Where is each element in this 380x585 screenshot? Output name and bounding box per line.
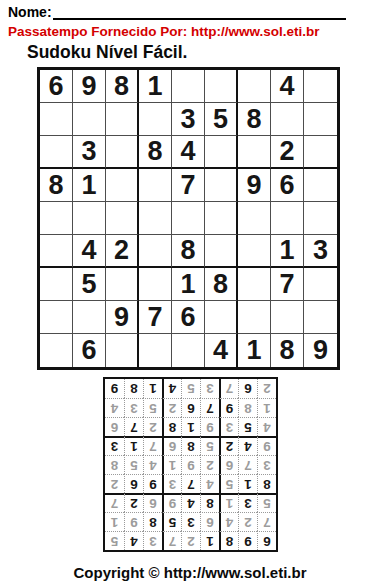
puzzle-cell-r9c8: 8 xyxy=(271,334,304,367)
puzzle-cell-r3c4: 8 xyxy=(139,136,172,169)
solution-cell-r9c7: 1 xyxy=(143,379,162,398)
name-label: Nome: xyxy=(8,4,52,21)
solution-cell-r4c5: 7 xyxy=(181,474,200,493)
solution-board-rotated: 6981273457246358915318496278154739623762… xyxy=(103,377,278,552)
puzzle-cell-r9c7: 1 xyxy=(238,334,271,367)
copyright-text: Copyright © http://www.sol.eti.br xyxy=(0,564,380,581)
solution-cell-r6c9: 3 xyxy=(105,436,124,455)
puzzle-cell-r5c8[interactable] xyxy=(271,202,304,235)
puzzle-cell-r6c2: 4 xyxy=(73,235,106,268)
solution-cell-r8c9: 4 xyxy=(105,398,124,417)
puzzle-cell-r2c9[interactable] xyxy=(304,103,337,136)
solution-cell-r2c9: 1 xyxy=(105,512,124,531)
solution-cell-r2c3: 4 xyxy=(219,512,238,531)
solution-cell-r5c5: 9 xyxy=(181,455,200,474)
solution-cell-r8c8: 3 xyxy=(124,398,143,417)
puzzle-cell-r3c9[interactable] xyxy=(304,136,337,169)
solution-cell-r7c8: 7 xyxy=(124,417,143,436)
solution-cell-r2c5: 3 xyxy=(181,512,200,531)
puzzle-cell-r8c6[interactable] xyxy=(205,301,238,334)
puzzle-cell-r3c5: 4 xyxy=(172,136,205,169)
solution-cell-r4c6: 3 xyxy=(162,474,181,493)
puzzle-cell-r5c1[interactable] xyxy=(40,202,73,235)
puzzle-cell-r4c9[interactable] xyxy=(304,169,337,202)
sudoku-board: 6981435838428179642813518797664189 xyxy=(37,67,340,370)
solution-cell-r9c5: 5 xyxy=(181,379,200,398)
solution-cell-r8c2: 8 xyxy=(238,398,257,417)
solution-cell-r3c3: 1 xyxy=(219,493,238,512)
solution-cell-r7c1: 4 xyxy=(257,417,276,436)
puzzle-cell-r7c4[interactable] xyxy=(139,268,172,301)
solution-cell-r6c5: 8 xyxy=(181,436,200,455)
solution-cell-r7c6: 8 xyxy=(162,417,181,436)
puzzle-cell-r4c8: 6 xyxy=(271,169,304,202)
solution-cell-r2c4: 6 xyxy=(200,512,219,531)
puzzle-cell-r2c5: 3 xyxy=(172,103,205,136)
puzzle-cell-r4c4[interactable] xyxy=(139,169,172,202)
puzzle-cell-r6c6[interactable] xyxy=(205,235,238,268)
solution-cell-r7c2: 5 xyxy=(238,417,257,436)
solution-cell-r2c2: 2 xyxy=(238,512,257,531)
page-title: Sudoku Nível Fácil. xyxy=(27,42,380,63)
solution-cell-r3c9: 7 xyxy=(105,493,124,512)
solution-cell-r3c1: 5 xyxy=(257,493,276,512)
solution-cell-r6c1: 9 xyxy=(257,436,276,455)
puzzle-cell-r3c3[interactable] xyxy=(106,136,139,169)
solution-cell-r6c4: 5 xyxy=(200,436,219,455)
solution-cell-r3c7: 6 xyxy=(143,493,162,512)
puzzle-cell-r7c3[interactable] xyxy=(106,268,139,301)
puzzle-cell-r8c1[interactable] xyxy=(40,301,73,334)
solution-cell-r1c7: 3 xyxy=(143,531,162,550)
puzzle-cell-r9c2: 6 xyxy=(73,334,106,367)
puzzle-cell-r1c9[interactable] xyxy=(304,70,337,103)
puzzle-cell-r9c9: 9 xyxy=(304,334,337,367)
solution-cell-r8c3: 9 xyxy=(219,398,238,417)
solution-cell-r9c6: 4 xyxy=(162,379,181,398)
solution-cell-r5c4: 2 xyxy=(200,455,219,474)
puzzle-cell-r5c2[interactable] xyxy=(73,202,106,235)
solution-cell-r5c9: 8 xyxy=(105,455,124,474)
solution-cell-r8c1: 1 xyxy=(257,398,276,417)
puzzle-cell-r8c7[interactable] xyxy=(238,301,271,334)
puzzle-cell-r1c8: 4 xyxy=(271,70,304,103)
puzzle-cell-r7c9[interactable] xyxy=(304,268,337,301)
puzzle-cell-r1c6[interactable] xyxy=(205,70,238,103)
puzzle-cell-r6c5: 8 xyxy=(172,235,205,268)
puzzle-cell-r1c5[interactable] xyxy=(172,70,205,103)
solution-cell-r1c9: 5 xyxy=(105,531,124,550)
solution-cell-r4c1: 8 xyxy=(257,474,276,493)
puzzle-cell-r6c1[interactable] xyxy=(40,235,73,268)
solution-cell-r3c2: 3 xyxy=(238,493,257,512)
solution-cell-r2c1: 7 xyxy=(257,512,276,531)
solution-cell-r6c7: 7 xyxy=(143,436,162,455)
solution-cell-r1c1: 6 xyxy=(257,531,276,550)
puzzle-cell-r3c1[interactable] xyxy=(40,136,73,169)
puzzle-cell-r8c8[interactable] xyxy=(271,301,304,334)
puzzle-cell-r9c1[interactable] xyxy=(40,334,73,367)
puzzle-cell-r6c3: 2 xyxy=(106,235,139,268)
puzzle-cell-r5c7[interactable] xyxy=(238,202,271,235)
puzzle-cell-r8c9[interactable] xyxy=(304,301,337,334)
puzzle-cell-r3c6[interactable] xyxy=(205,136,238,169)
solution-cell-r5c6: 1 xyxy=(162,455,181,474)
puzzle-cell-r5c6[interactable] xyxy=(205,202,238,235)
solution-cell-r9c1: 2 xyxy=(257,379,276,398)
puzzle-cell-r1c1: 6 xyxy=(40,70,73,103)
solution-cell-r5c2: 7 xyxy=(238,455,257,474)
puzzle-cell-r1c7[interactable] xyxy=(238,70,271,103)
puzzle-cell-r9c4[interactable] xyxy=(139,334,172,367)
puzzle-cell-r7c8: 7 xyxy=(271,268,304,301)
solution-cell-r2c6: 5 xyxy=(162,512,181,531)
puzzle-cell-r4c7: 9 xyxy=(238,169,271,202)
solution-cell-r8c4: 7 xyxy=(200,398,219,417)
puzzle-cell-r8c2[interactable] xyxy=(73,301,106,334)
solution-cell-r5c1: 3 xyxy=(257,455,276,474)
puzzle-cell-r7c5: 1 xyxy=(172,268,205,301)
puzzle-cell-r6c7[interactable] xyxy=(238,235,271,268)
puzzle-cell-r4c5: 7 xyxy=(172,169,205,202)
puzzle-cell-r5c9[interactable] xyxy=(304,202,337,235)
solution-cell-r4c8: 6 xyxy=(124,474,143,493)
puzzle-cell-r2c4[interactable] xyxy=(139,103,172,136)
solution-cell-r7c7: 2 xyxy=(143,417,162,436)
puzzle-cell-r3c7[interactable] xyxy=(238,136,271,169)
solution-cell-r9c4: 3 xyxy=(200,379,219,398)
puzzle-cell-r3c8: 2 xyxy=(271,136,304,169)
puzzle-cell-r2c8[interactable] xyxy=(271,103,304,136)
solution-cell-r1c6: 7 xyxy=(162,531,181,550)
puzzle-cell-r2c6: 5 xyxy=(205,103,238,136)
provided-by-text: Passatempo Fornecido Por: http://www.sol… xyxy=(8,24,380,39)
solution-cell-r4c4: 4 xyxy=(200,474,219,493)
solution-cell-r8c5: 6 xyxy=(181,398,200,417)
puzzle-cell-r6c4[interactable] xyxy=(139,235,172,268)
solution-cell-r3c5: 4 xyxy=(181,493,200,512)
solution-cell-r4c3: 5 xyxy=(219,474,238,493)
solution-cell-r9c9: 9 xyxy=(105,379,124,398)
name-blank-line[interactable] xyxy=(53,18,346,20)
puzzle-cell-r7c6: 8 xyxy=(205,268,238,301)
solution-cell-r9c8: 8 xyxy=(124,379,143,398)
solution-cell-r1c4: 1 xyxy=(200,531,219,550)
solution-cell-r4c2: 1 xyxy=(238,474,257,493)
puzzle-cell-r7c1[interactable] xyxy=(40,268,73,301)
puzzle-cell-r8c3: 9 xyxy=(106,301,139,334)
puzzle-cell-r2c1[interactable] xyxy=(40,103,73,136)
solution-cell-r3c4: 8 xyxy=(200,493,219,512)
solution-cell-r6c8: 1 xyxy=(124,436,143,455)
puzzle-cell-r8c4: 7 xyxy=(139,301,172,334)
puzzle-cell-r1c3: 8 xyxy=(106,70,139,103)
solution-cell-r2c7: 8 xyxy=(143,512,162,531)
puzzle-cell-r8c5: 6 xyxy=(172,301,205,334)
puzzle-cell-r6c8: 1 xyxy=(271,235,304,268)
solution-cell-r4c9: 2 xyxy=(105,474,124,493)
solution-cell-r1c8: 4 xyxy=(124,531,143,550)
solution-cell-r8c7: 5 xyxy=(143,398,162,417)
puzzle-cell-r4c3[interactable] xyxy=(106,169,139,202)
puzzle-cell-r7c2: 5 xyxy=(73,268,106,301)
puzzle-cell-r2c7: 8 xyxy=(238,103,271,136)
puzzle-cell-r1c4: 1 xyxy=(139,70,172,103)
solution-cell-r9c3: 7 xyxy=(219,379,238,398)
solution-cell-r4c7: 9 xyxy=(143,474,162,493)
solution-cell-r8c6: 2 xyxy=(162,398,181,417)
puzzle-cell-r1c2: 9 xyxy=(73,70,106,103)
puzzle-cell-r4c2: 1 xyxy=(73,169,106,202)
solution-cell-r5c8: 5 xyxy=(124,455,143,474)
solution-cell-r9c2: 6 xyxy=(238,379,257,398)
sudoku-worksheet: Nome: Passatempo Fornecido Por: http://w… xyxy=(0,0,380,585)
puzzle-cell-r4c6[interactable] xyxy=(205,169,238,202)
puzzle-cell-r5c4[interactable] xyxy=(139,202,172,235)
puzzle-cell-r2c2[interactable] xyxy=(73,103,106,136)
puzzle-cell-r6c9: 3 xyxy=(304,235,337,268)
solution-cell-r6c3: 2 xyxy=(219,436,238,455)
solution-cell-r7c9: 6 xyxy=(105,417,124,436)
puzzle-cell-r3c2: 3 xyxy=(73,136,106,169)
solution-cell-r3c6: 9 xyxy=(162,493,181,512)
solution-cell-r5c7: 4 xyxy=(143,455,162,474)
solution-cell-r1c5: 2 xyxy=(181,531,200,550)
solution-cell-r1c2: 9 xyxy=(238,531,257,550)
puzzle-cell-r9c3[interactable] xyxy=(106,334,139,367)
puzzle-cell-r9c6: 4 xyxy=(205,334,238,367)
solution-cell-r7c3: 3 xyxy=(219,417,238,436)
solution-cell-r1c3: 8 xyxy=(219,531,238,550)
solution-cell-r7c4: 9 xyxy=(200,417,219,436)
puzzle-cell-r2c3[interactable] xyxy=(106,103,139,136)
puzzle-cell-r5c3[interactable] xyxy=(106,202,139,235)
puzzle-cell-r9c5[interactable] xyxy=(172,334,205,367)
solution-cell-r2c8: 9 xyxy=(124,512,143,531)
name-row: Nome: xyxy=(0,0,380,21)
solution-cell-r6c2: 4 xyxy=(238,436,257,455)
puzzle-cell-r7c7[interactable] xyxy=(238,268,271,301)
solution-cell-r5c3: 6 xyxy=(219,455,238,474)
solution-cell-r7c5: 1 xyxy=(181,417,200,436)
puzzle-cell-r4c1: 8 xyxy=(40,169,73,202)
solution-cell-r3c8: 2 xyxy=(124,493,143,512)
solution-cell-r6c6: 6 xyxy=(162,436,181,455)
puzzle-cell-r5c5[interactable] xyxy=(172,202,205,235)
